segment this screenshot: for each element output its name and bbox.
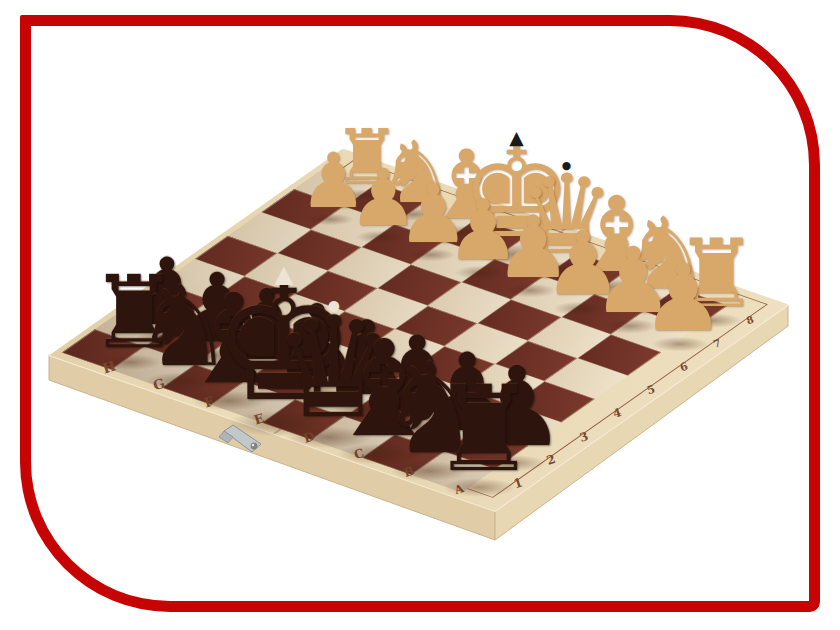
product-photo-canvas[interactable]: ABCDEFGH12345678♜♞♝♛●♚▲♝♞♜♟♟♟♟♟♟♟♟♟♟♟♟♟♟…: [0, 0, 840, 630]
